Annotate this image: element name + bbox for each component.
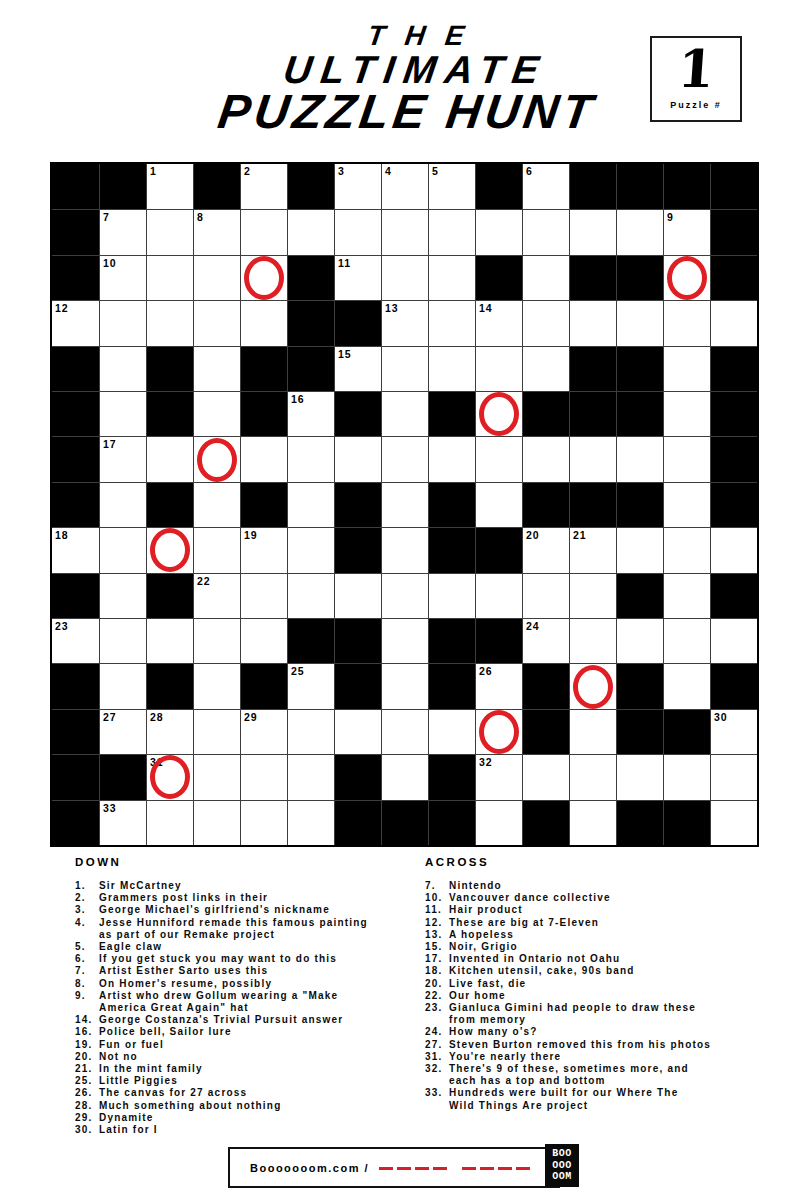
clue-item-number: 4. [75,917,86,929]
clue-item-text: You're nearly there [449,1051,561,1062]
black-cell [522,482,569,527]
clue-item: 1.Sir McCartney [75,880,420,892]
circle-marker [197,438,237,482]
grid-cell[interactable] [710,300,757,345]
clue-item-text: Live fast, die [449,978,526,989]
clue-number: 25 [291,665,305,677]
black-cell [146,346,193,391]
black-cell [146,573,193,618]
grid-cell[interactable] [193,663,240,708]
clue-item-text: Our home [449,990,506,1001]
grid-cell[interactable] [522,209,569,254]
grid-cell[interactable]: 18 [52,527,99,572]
clue-item-number: 30. [75,1124,93,1136]
grid-cell[interactable]: 33 [99,800,146,845]
answer-blank-dash [433,1167,447,1171]
clue-item-number: 29. [75,1112,93,1124]
clue-item: 21.In the mint family [75,1063,420,1075]
grid-cell[interactable] [287,709,334,754]
black-cell [616,391,663,436]
grid-cell[interactable] [193,436,240,481]
grid-cell[interactable] [146,255,193,300]
grid-cell[interactable] [240,436,287,481]
black-cell [52,209,99,254]
title-line-2: ULTIMATE [148,51,673,89]
grid-cell[interactable] [381,709,428,754]
grid-cell[interactable] [663,482,710,527]
grid-cell[interactable] [287,754,334,799]
clue-item-number: 19. [75,1039,93,1051]
grid-cell[interactable] [193,482,240,527]
grid-cell[interactable] [616,618,663,663]
grid-cell[interactable] [193,618,240,663]
clue-item-text: A hopeless [449,929,514,940]
grid-cell[interactable] [334,209,381,254]
black-cell [663,164,710,209]
clue-number: 7 [103,211,110,223]
page-title: THE ULTIMATE PUZZLE HUNT [142,20,678,135]
black-cell [475,164,522,209]
grid-cell[interactable]: 5 [428,164,475,209]
grid-cell[interactable] [522,573,569,618]
black-cell [428,618,475,663]
grid-cell[interactable] [616,754,663,799]
down-header: DOWN [75,856,420,868]
grid-cell[interactable]: 1 [146,164,193,209]
grid-cell[interactable] [99,618,146,663]
puzzle-number-box: 1 Puzzle # [650,36,742,122]
black-cell [146,663,193,708]
grid-cell[interactable] [146,527,193,572]
grid-cell[interactable] [569,436,616,481]
grid-cell[interactable] [616,436,663,481]
grid-cell[interactable]: 16 [287,391,334,436]
grid-cell[interactable] [334,436,381,481]
clue-item-text: Dynamite [99,1112,154,1123]
grid-cell[interactable] [193,391,240,436]
answer-blanks [379,1167,545,1171]
grid-cell[interactable] [522,346,569,391]
grid-cell[interactable] [193,709,240,754]
black-cell [616,663,663,708]
circle-marker [667,256,707,300]
grid-cell[interactable] [381,573,428,618]
clue-item: 5.Eagle claw [75,941,420,953]
clue-item: 27.Steven Burton removed this from his p… [425,1039,777,1051]
grid-cell[interactable] [381,436,428,481]
clue-item-text: Police bell, Sailor lure [99,1026,232,1037]
grid-cell[interactable] [99,346,146,391]
grid-cell[interactable] [475,482,522,527]
clue-item: 24.How many o's? [425,1026,777,1038]
grid-cell[interactable] [381,346,428,391]
answer-blank-group [379,1167,451,1171]
grid-cell[interactable] [522,255,569,300]
clue-item-text: Steven Burton removed this from his phot… [449,1039,711,1050]
black-cell [710,436,757,481]
answer-blank-dash [480,1167,494,1171]
clue-number: 9 [667,211,674,223]
black-cell [334,663,381,708]
clue-number: 29 [244,711,258,723]
grid-cell[interactable] [146,436,193,481]
grid-cell[interactable] [663,436,710,481]
grid-cell[interactable]: 24 [522,618,569,663]
grid-cell[interactable]: 31 [146,754,193,799]
black-cell [381,800,428,845]
clue-item-text: These are big at 7-Eleven [449,917,599,928]
clue-item: 25.Little Piggies [75,1075,420,1087]
clue-item-number: 33. [425,1087,443,1099]
black-cell [334,618,381,663]
grid-cell[interactable] [663,346,710,391]
clue-item: 20.Not no [75,1051,420,1063]
grid-cell[interactable]: 7 [99,209,146,254]
grid-cell[interactable]: 28 [146,709,193,754]
clue-number: 18 [55,529,69,541]
clue-number: 21 [573,529,587,541]
grid-cell[interactable]: 26 [475,663,522,708]
grid-cell[interactable] [240,618,287,663]
black-cell [522,709,569,754]
grid-cell[interactable]: 6 [522,164,569,209]
black-cell [334,800,381,845]
clue-item: 16.Police bell, Sailor lure [75,1026,420,1038]
clue-item-number: 31. [425,1051,443,1063]
grid-cell[interactable] [663,300,710,345]
grid-cell[interactable] [569,573,616,618]
circle-marker [150,755,190,799]
clue-item-text: The canvas for 27 across [99,1087,247,1098]
grid-cell[interactable] [146,209,193,254]
clue-number: 6 [526,165,533,177]
clue-item: 23.Gianluca Gimini had people to draw th… [425,1002,777,1026]
black-cell [616,709,663,754]
clue-item-number: 13. [425,929,443,941]
grid-cell[interactable] [616,300,663,345]
clue-item-text: In the mint family [99,1063,203,1074]
clue-item-number: 26. [75,1087,93,1099]
grid-cell[interactable]: 4 [381,164,428,209]
grid-cell[interactable] [569,754,616,799]
clue-item-number: 25. [75,1075,93,1087]
black-cell [287,346,334,391]
answer-blank-group [462,1167,534,1171]
clue-item: 30.Latin for I [75,1124,420,1136]
grid-cell[interactable] [240,800,287,845]
clue-number: 17 [103,438,117,450]
grid-cell[interactable] [193,300,240,345]
clue-item: 4.Jesse Hunniford remade this famous pai… [75,917,420,941]
grid-cell[interactable] [240,573,287,618]
clue-number: 13 [385,302,399,314]
black-cell [522,391,569,436]
clue-item: 14.George Costanza's Trivial Pursuit ans… [75,1014,420,1026]
black-cell [240,663,287,708]
grid-cell[interactable] [569,300,616,345]
clue-number: 14 [479,302,493,314]
grid-cell[interactable] [710,618,757,663]
grid-cell[interactable] [381,391,428,436]
clue-item-text: Nintendo [449,880,502,891]
grid-cell[interactable] [710,527,757,572]
black-cell [475,255,522,300]
clue-item: 6.If you get stuck you may want to do th… [75,953,420,965]
grid-cell[interactable] [381,663,428,708]
grid-cell[interactable]: 2 [240,164,287,209]
grid-cell[interactable] [193,754,240,799]
grid-cell[interactable] [569,800,616,845]
grid-cell[interactable] [569,663,616,708]
grid-cell[interactable] [193,346,240,391]
grid-cell[interactable] [381,255,428,300]
clue-item: 19.Fun or fuel [75,1039,420,1051]
black-cell [428,391,475,436]
clue-item: 11.Hair product [425,904,777,916]
black-cell [334,527,381,572]
clue-item-number: 14. [75,1014,93,1026]
grid-cell[interactable] [710,800,757,845]
grid-cell[interactable] [428,709,475,754]
clue-number: 5 [432,165,439,177]
grid-cell[interactable] [663,391,710,436]
grid-cell[interactable] [287,209,334,254]
grid-cell[interactable]: 27 [99,709,146,754]
grid-cell[interactable] [475,391,522,436]
grid-cell[interactable]: 9 [663,209,710,254]
grid-cell[interactable]: 25 [287,663,334,708]
black-cell [710,482,757,527]
black-cell [52,255,99,300]
clue-number: 20 [526,529,540,541]
grid-cell[interactable] [710,754,757,799]
grid-cell[interactable]: 13 [381,300,428,345]
grid-cell[interactable] [240,300,287,345]
grid-cell[interactable] [663,255,710,300]
grid-cell[interactable]: 21 [569,527,616,572]
black-cell [334,754,381,799]
black-cell [475,618,522,663]
clue-number: 15 [338,348,352,360]
grid-cell[interactable] [99,300,146,345]
grid-cell[interactable] [193,800,240,845]
grid-cell[interactable] [616,527,663,572]
black-cell [616,573,663,618]
black-cell [428,482,475,527]
grid-cell[interactable] [475,209,522,254]
clue-number: 1 [150,165,157,177]
clue-item-number: 24. [425,1026,443,1038]
grid-cell[interactable] [428,436,475,481]
grid-cell[interactable]: 10 [99,255,146,300]
grid-cell[interactable] [522,436,569,481]
clue-number: 27 [103,711,117,723]
black-cell [616,800,663,845]
grid-cell[interactable]: 17 [99,436,146,481]
answer-blank-box: Booooooom.com / [228,1147,560,1188]
grid-cell[interactable] [381,209,428,254]
grid-cell[interactable] [663,663,710,708]
grid-cell[interactable] [475,709,522,754]
clue-item-number: 22. [425,990,443,1002]
clue-item: 17.Invented in Ontario not Oahu [425,953,777,965]
clue-number: 22 [197,575,211,587]
black-cell [616,482,663,527]
clue-item: 28.Much something about nothing [75,1100,420,1112]
clue-item-text: Invented in Ontario not Oahu [449,953,620,964]
grid-cell[interactable] [334,709,381,754]
grid-cell[interactable] [428,300,475,345]
grid-cell[interactable] [428,255,475,300]
clue-item-number: 3. [75,904,86,916]
black-cell [710,209,757,254]
grid-cell[interactable] [146,800,193,845]
clue-number: 33 [103,802,117,814]
grid-cell[interactable] [99,482,146,527]
grid-cell[interactable] [381,527,428,572]
clue-number: 23 [55,620,69,632]
grid-cell[interactable] [287,436,334,481]
clue-number: 4 [385,165,392,177]
grid-cell[interactable] [569,618,616,663]
grid-cell[interactable]: 3 [334,164,381,209]
grid-cell[interactable] [287,482,334,527]
grid-cell[interactable]: 30 [710,709,757,754]
grid-cell[interactable] [193,527,240,572]
clue-item-number: 2. [75,892,86,904]
clue-number: 16 [291,393,305,405]
grid-cell[interactable] [428,209,475,254]
grid-cell[interactable] [99,391,146,436]
grid-cell[interactable] [428,346,475,391]
grid-cell[interactable] [99,527,146,572]
crossword-grid[interactable]: 1234567891011121314151617181920212223242… [50,162,759,847]
clue-item-number: 5. [75,941,86,953]
grid-cell[interactable] [240,209,287,254]
grid-cell[interactable]: 32 [475,754,522,799]
grid-cell[interactable] [240,754,287,799]
grid-cell[interactable] [663,618,710,663]
grid-cell[interactable] [475,436,522,481]
clue-item-text: Sir McCartney [99,880,182,891]
grid-cell[interactable] [99,663,146,708]
answer-blank-dash [462,1167,476,1171]
grid-cell[interactable] [146,300,193,345]
clue-item-text: George Costanza's Trivial Pursuit answer [99,1014,343,1025]
grid-cell[interactable] [522,754,569,799]
clue-item-number: 9. [75,990,86,1002]
black-cell [52,663,99,708]
clue-item-text: Jesse Hunniford remade this famous paint… [99,917,368,940]
grid-cell[interactable] [287,573,334,618]
clue-number: 11 [338,257,351,269]
black-cell [240,482,287,527]
clue-item-text: Hundreds were built for our Where The Wi… [449,1087,678,1110]
black-cell [710,346,757,391]
grid-cell[interactable] [334,573,381,618]
clue-number: 3 [338,165,345,177]
grid-cell[interactable] [663,573,710,618]
grid-cell[interactable]: 19 [240,527,287,572]
grid-cell[interactable] [522,300,569,345]
grid-cell[interactable] [616,209,663,254]
clue-item-text: There's 9 of these, sometimes more, and … [449,1063,689,1086]
clue-item-number: 20. [425,978,443,990]
grid-cell[interactable]: 23 [52,618,99,663]
grid-cell[interactable]: 14 [475,300,522,345]
clue-item-text: Eagle claw [99,941,162,952]
grid-cell[interactable] [475,800,522,845]
clue-item-number: 27. [425,1039,443,1051]
grid-cell[interactable]: 8 [193,209,240,254]
grid-cell[interactable]: 29 [240,709,287,754]
grid-cell[interactable] [475,346,522,391]
grid-cell[interactable] [287,800,334,845]
answer-blank-dash [415,1167,429,1171]
clue-item-text: Fun or fuel [99,1039,164,1050]
grid-cell[interactable] [381,482,428,527]
clue-item-number: 6. [75,953,86,965]
black-cell [616,346,663,391]
black-cell [52,164,99,209]
black-cell [334,300,381,345]
clue-item-text: Hair product [449,904,523,915]
clue-item: 31.You're nearly there [425,1051,777,1063]
grid-cell[interactable] [475,573,522,618]
black-cell [428,663,475,708]
black-cell [99,754,146,799]
black-cell [193,164,240,209]
clue-item: 8.On Homer's resume, possibly [75,978,420,990]
clue-number: 2 [244,165,251,177]
grid-cell[interactable]: 15 [334,346,381,391]
grid-cell[interactable] [663,527,710,572]
clue-number: 32 [479,756,493,768]
across-clue-list: 7.Nintendo10.Vancouver dance collective1… [425,880,777,1112]
grid-cell[interactable] [240,255,287,300]
clue-item: 22.Our home [425,990,777,1002]
grid-cell[interactable] [569,709,616,754]
black-cell [710,573,757,618]
title-line-3: PUZZLE HUNT [142,89,668,135]
grid-cell[interactable] [663,754,710,799]
black-cell [52,482,99,527]
grid-cell[interactable] [381,754,428,799]
grid-cell[interactable]: 11 [334,255,381,300]
black-cell [287,255,334,300]
black-cell [146,482,193,527]
black-cell [99,164,146,209]
grid-cell[interactable] [146,618,193,663]
grid-cell[interactable] [193,255,240,300]
grid-cell[interactable] [287,527,334,572]
logo-text-line: OOO [545,1160,579,1172]
black-cell [146,391,193,436]
grid-cell[interactable]: 22 [193,573,240,618]
grid-cell[interactable] [569,209,616,254]
grid-cell[interactable] [381,618,428,663]
black-cell [569,164,616,209]
grid-cell[interactable]: 20 [522,527,569,572]
black-cell [569,482,616,527]
grid-cell[interactable]: 12 [52,300,99,345]
grid-cell[interactable] [99,573,146,618]
clue-number: 12 [55,302,69,314]
circle-marker [244,256,284,300]
grid-cell[interactable] [428,573,475,618]
black-cell [334,391,381,436]
puzzle-number-label: Puzzle # [652,100,740,110]
